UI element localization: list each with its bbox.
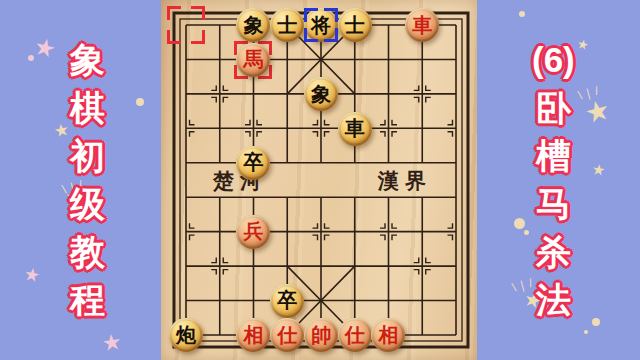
piece-red-advisor[interactable]: 仕 <box>338 318 372 352</box>
piece-black-advisor[interactable]: 士 <box>270 8 304 42</box>
caption-char: 法 <box>536 276 571 324</box>
piece-black-chariot[interactable]: 車 <box>338 112 372 146</box>
caption-char: 教 <box>70 228 105 276</box>
piece-black-soldier[interactable]: 卒 <box>270 284 304 318</box>
piece-red-elephant[interactable]: 相 <box>236 318 270 352</box>
dot-decoration <box>28 55 34 61</box>
piece-red-horse[interactable]: 馬 <box>236 43 270 77</box>
star-decoration: ★ <box>31 34 58 62</box>
piece-black-soldier[interactable]: 卒 <box>236 146 270 180</box>
piece-black-elephant[interactable]: 象 <box>236 8 270 42</box>
dot-decoration <box>519 11 525 17</box>
star-decoration: ★ <box>576 37 590 52</box>
highlight-check <box>304 8 338 42</box>
star-decoration: ★ <box>591 161 606 178</box>
piece-red-general[interactable]: 帥 <box>304 318 338 352</box>
dot-decoration <box>514 218 525 229</box>
star-decoration: ★ <box>52 121 70 141</box>
dot-decoration <box>592 318 600 326</box>
highlight-move-from <box>167 6 205 44</box>
piece-black-elephant[interactable]: 象 <box>304 77 338 111</box>
caption-char: 马 <box>536 180 571 228</box>
caption-char: (6) <box>532 36 575 84</box>
board-grid[interactable]: 象士将士車馬象車卒兵卒炮相仕帥仕相 <box>169 8 473 352</box>
caption-char: 棋 <box>70 84 105 132</box>
piece-black-cannon[interactable]: 炮 <box>169 318 203 352</box>
caption-char: 级 <box>70 180 105 228</box>
caption-char: 初 <box>70 132 105 180</box>
caption-char: 象 <box>70 36 105 84</box>
caption-char: 卧 <box>536 84 571 132</box>
star-decoration: ★ <box>101 331 124 356</box>
dot-decoration <box>136 98 144 106</box>
xiangqi-board: 楚河 漢界 象士将士車馬象車卒兵卒炮相仕帥仕相 <box>161 0 477 360</box>
piece-red-elephant[interactable]: 相 <box>371 318 405 352</box>
sparkle-decoration: \ | / <box>577 83 601 102</box>
piece-red-advisor[interactable]: 仕 <box>270 318 304 352</box>
title-left: 象棋初级教程 <box>70 36 105 324</box>
caption-char: 槽 <box>536 132 571 180</box>
piece-black-advisor[interactable]: 士 <box>338 8 372 42</box>
piece-red-chariot[interactable]: 車 <box>405 8 439 42</box>
caption-char: 程 <box>70 276 105 324</box>
star-decoration: ★ <box>582 95 613 128</box>
dot-decoration <box>584 330 588 334</box>
star-decoration: ★ <box>23 265 42 286</box>
piece-red-soldier[interactable]: 兵 <box>236 215 270 249</box>
dot-decoration <box>524 230 529 235</box>
title-right: (6)卧槽马杀法 <box>532 36 575 324</box>
caption-char: 杀 <box>536 228 571 276</box>
